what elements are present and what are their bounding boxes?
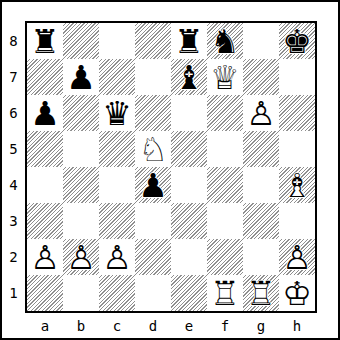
square-a5[interactable]: [27, 131, 63, 167]
black-queen: ♛♛: [99, 95, 135, 131]
square-h1[interactable]: ♚♔: [279, 275, 315, 311]
square-c3[interactable]: [99, 203, 135, 239]
file-label-b: b: [63, 314, 99, 338]
square-f6[interactable]: [207, 95, 243, 131]
file-label-e: e: [171, 314, 207, 338]
square-a3[interactable]: [27, 203, 63, 239]
square-b4[interactable]: [63, 167, 99, 203]
square-c8[interactable]: [99, 23, 135, 59]
file-label-h: h: [279, 314, 315, 338]
square-f3[interactable]: [207, 203, 243, 239]
white-pawn: ♟♙: [279, 239, 315, 275]
rank-label-8: 8: [2, 23, 25, 59]
square-h7[interactable]: [279, 59, 315, 95]
square-h2[interactable]: ♟♙: [279, 239, 315, 275]
square-d3[interactable]: [135, 203, 171, 239]
square-e7[interactable]: ♝♝: [171, 59, 207, 95]
rank-label-4: 4: [2, 167, 25, 203]
square-e1[interactable]: [171, 275, 207, 311]
square-c7[interactable]: [99, 59, 135, 95]
square-b7[interactable]: ♟♟: [63, 59, 99, 95]
square-d5[interactable]: ♞♘: [135, 131, 171, 167]
square-e2[interactable]: [171, 239, 207, 275]
rank-label-7: 7: [2, 59, 25, 95]
square-d8[interactable]: [135, 23, 171, 59]
square-e3[interactable]: [171, 203, 207, 239]
black-rook: ♜♜: [171, 23, 207, 59]
square-h3[interactable]: [279, 203, 315, 239]
white-bishop: ♝♗: [279, 167, 315, 203]
white-pawn: ♟♙: [27, 239, 63, 275]
file-label-d: d: [135, 314, 171, 338]
square-f8[interactable]: ♞♞: [207, 23, 243, 59]
file-label-g: g: [243, 314, 279, 338]
black-pawn: ♟♟: [135, 167, 171, 203]
square-f5[interactable]: [207, 131, 243, 167]
square-b3[interactable]: [63, 203, 99, 239]
rank-label-5: 5: [2, 131, 25, 167]
file-label-f: f: [207, 314, 243, 338]
rank-labels: 87654321: [2, 23, 25, 311]
chess-board[interactable]: ♜♜♜♜♞♞♚♚♟♟♝♝♛♕♟♟♛♛♟♙♞♘♟♟♝♗♟♙♟♙♟♙♟♙♜♖♜♖♚♔: [25, 21, 317, 313]
white-queen: ♛♕: [207, 59, 243, 95]
square-d6[interactable]: [135, 95, 171, 131]
square-c4[interactable]: [99, 167, 135, 203]
black-knight: ♞♞: [207, 23, 243, 59]
black-bishop: ♝♝: [171, 59, 207, 95]
square-a6[interactable]: ♟♟: [27, 95, 63, 131]
square-e5[interactable]: [171, 131, 207, 167]
white-pawn: ♟♙: [99, 239, 135, 275]
square-b8[interactable]: [63, 23, 99, 59]
square-h6[interactable]: [279, 95, 315, 131]
square-a8[interactable]: ♜♜: [27, 23, 63, 59]
square-h5[interactable]: [279, 131, 315, 167]
square-g3[interactable]: [243, 203, 279, 239]
square-e4[interactable]: [171, 167, 207, 203]
square-g4[interactable]: [243, 167, 279, 203]
file-label-a: a: [27, 314, 63, 338]
black-pawn: ♟♟: [27, 95, 63, 131]
rank-label-3: 3: [2, 203, 25, 239]
square-f2[interactable]: [207, 239, 243, 275]
square-g6[interactable]: ♟♙: [243, 95, 279, 131]
white-rook: ♜♖: [207, 275, 243, 311]
square-b2[interactable]: ♟♙: [63, 239, 99, 275]
square-c5[interactable]: [99, 131, 135, 167]
square-f4[interactable]: [207, 167, 243, 203]
square-h8[interactable]: ♚♚: [279, 23, 315, 59]
square-d2[interactable]: [135, 239, 171, 275]
chess-diagram: 87654321 ♜♜♜♜♞♞♚♚♟♟♝♝♛♕♟♟♛♛♟♙♞♘♟♟♝♗♟♙♟♙♟…: [0, 0, 340, 340]
square-e6[interactable]: [171, 95, 207, 131]
black-pawn: ♟♟: [63, 59, 99, 95]
square-g2[interactable]: [243, 239, 279, 275]
black-king: ♚♚: [279, 23, 315, 59]
square-a7[interactable]: [27, 59, 63, 95]
square-g8[interactable]: [243, 23, 279, 59]
square-d1[interactable]: [135, 275, 171, 311]
square-a1[interactable]: [27, 275, 63, 311]
square-g7[interactable]: [243, 59, 279, 95]
square-c1[interactable]: [99, 275, 135, 311]
rank-label-2: 2: [2, 239, 25, 275]
square-h4[interactable]: ♝♗: [279, 167, 315, 203]
square-g1[interactable]: ♜♖: [243, 275, 279, 311]
square-b1[interactable]: [63, 275, 99, 311]
white-king: ♚♔: [279, 275, 315, 311]
square-f7[interactable]: ♛♕: [207, 59, 243, 95]
square-b5[interactable]: [63, 131, 99, 167]
rank-label-1: 1: [2, 275, 25, 311]
rank-label-6: 6: [2, 95, 25, 131]
black-rook: ♜♜: [27, 23, 63, 59]
square-a4[interactable]: [27, 167, 63, 203]
white-rook: ♜♖: [243, 275, 279, 311]
white-pawn: ♟♙: [243, 95, 279, 131]
file-label-c: c: [99, 314, 135, 338]
file-labels: abcdefgh: [27, 314, 315, 338]
square-c2[interactable]: ♟♙: [99, 239, 135, 275]
square-c6[interactable]: ♛♛: [99, 95, 135, 131]
square-d4[interactable]: ♟♟: [135, 167, 171, 203]
square-g5[interactable]: [243, 131, 279, 167]
white-knight: ♞♘: [135, 131, 171, 167]
square-e8[interactable]: ♜♜: [171, 23, 207, 59]
square-a2[interactable]: ♟♙: [27, 239, 63, 275]
square-f1[interactable]: ♜♖: [207, 275, 243, 311]
square-b6[interactable]: [63, 95, 99, 131]
square-d7[interactable]: [135, 59, 171, 95]
white-pawn: ♟♙: [63, 239, 99, 275]
